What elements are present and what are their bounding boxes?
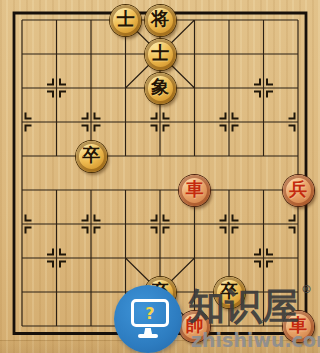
piece-character: 車 [289, 316, 307, 334]
piece-black-soldier[interactable]: 卒 [76, 141, 107, 172]
piece-character: 卒 [220, 282, 238, 300]
piece-character: 帥 [186, 316, 204, 334]
piece-red-general[interactable]: 帥 [179, 311, 210, 342]
piece-character: 車 [186, 180, 204, 198]
piece-character: 卒 [82, 146, 100, 164]
piece-black-general[interactable]: 将 [145, 5, 176, 36]
piece-character: 象 [151, 78, 169, 96]
piece-character: 兵 [289, 180, 307, 198]
piece-character: 士 [151, 44, 169, 62]
piece-black-elephant[interactable]: 象 [145, 73, 176, 104]
xiangqi-screenshot: 士将士象卒車兵卒卒帥車 ? 知识屋 ® zhishiwu.com [0, 0, 320, 353]
piece-character: 卒 [151, 282, 169, 300]
piece-character: 将 [151, 10, 169, 28]
piece-red-soldier[interactable]: 兵 [283, 175, 314, 206]
piece-red-chariot[interactable]: 車 [283, 311, 314, 342]
piece-character: 士 [117, 10, 135, 28]
piece-black-advisor[interactable]: 士 [145, 39, 176, 70]
piece-black-soldier[interactable]: 卒 [214, 277, 245, 308]
xiangqi-board[interactable]: 士将士象卒車兵卒卒帥車 [5, 3, 316, 343]
piece-black-advisor[interactable]: 士 [110, 5, 141, 36]
piece-red-chariot[interactable]: 車 [179, 175, 210, 206]
piece-black-soldier[interactable]: 卒 [145, 277, 176, 308]
